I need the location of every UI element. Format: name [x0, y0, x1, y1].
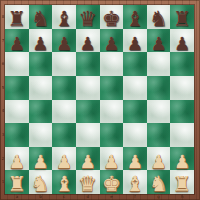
square-a1[interactable]: ♜ [5, 170, 29, 194]
square-g4[interactable] [147, 100, 171, 124]
square-g7[interactable]: ♟ [147, 29, 171, 53]
square-e4[interactable] [100, 100, 124, 124]
square-d6[interactable] [76, 52, 100, 76]
square-b7[interactable]: ♟ [29, 29, 53, 53]
square-a5[interactable] [5, 76, 29, 100]
piece-white-rook[interactable]: ♜ [5, 166, 29, 196]
board-frame: ♜♞♝♛♚♝♞♜♟♟♟♟♟♟♟♟♟♟♟♟♟♟♟♟♜♞♝♛♚♝♞♜ 8765432… [0, 0, 200, 200]
piece-black-pawn[interactable]: ♟ [100, 25, 124, 55]
square-h7[interactable]: ♟ [170, 29, 194, 53]
square-h1[interactable]: ♜ [170, 170, 194, 194]
piece-black-pawn[interactable]: ♟ [170, 25, 194, 55]
rank-label-4: 4 [1, 109, 5, 113]
square-f5[interactable] [123, 76, 147, 100]
square-b1[interactable]: ♞ [29, 170, 53, 194]
square-h6[interactable] [170, 52, 194, 76]
piece-white-bishop[interactable]: ♝ [123, 166, 147, 196]
piece-white-rook[interactable]: ♜ [170, 166, 194, 196]
square-c6[interactable] [52, 52, 76, 76]
square-f6[interactable] [123, 52, 147, 76]
rank-label-5: 5 [1, 86, 5, 90]
square-d7[interactable]: ♟ [76, 29, 100, 53]
square-b6[interactable] [29, 52, 53, 76]
piece-black-pawn[interactable]: ♟ [29, 25, 53, 55]
square-h4[interactable] [170, 100, 194, 124]
piece-black-pawn[interactable]: ♟ [5, 25, 29, 55]
square-f1[interactable]: ♝ [123, 170, 147, 194]
square-e5[interactable] [100, 76, 124, 100]
square-f7[interactable]: ♟ [123, 29, 147, 53]
piece-white-king[interactable]: ♚ [100, 166, 124, 196]
square-b5[interactable] [29, 76, 53, 100]
square-e6[interactable] [100, 52, 124, 76]
piece-black-pawn[interactable]: ♟ [76, 25, 100, 55]
square-b4[interactable] [29, 100, 53, 124]
square-d5[interactable] [76, 76, 100, 100]
chess-board: ♜♞♝♛♚♝♞♜♟♟♟♟♟♟♟♟♟♟♟♟♟♟♟♟♜♞♝♛♚♝♞♜ [5, 5, 194, 194]
square-c7[interactable]: ♟ [52, 29, 76, 53]
piece-white-knight[interactable]: ♞ [147, 166, 171, 196]
piece-white-bishop[interactable]: ♝ [52, 166, 76, 196]
piece-black-pawn[interactable]: ♟ [52, 25, 76, 55]
rank-label-6: 6 [1, 62, 5, 66]
square-e7[interactable]: ♟ [100, 29, 124, 53]
square-c4[interactable] [52, 100, 76, 124]
square-f4[interactable] [123, 100, 147, 124]
square-d1[interactable]: ♛ [76, 170, 100, 194]
square-e1[interactable]: ♚ [100, 170, 124, 194]
square-a4[interactable] [5, 100, 29, 124]
square-d4[interactable] [76, 100, 100, 124]
square-g5[interactable] [147, 76, 171, 100]
square-c1[interactable]: ♝ [52, 170, 76, 194]
piece-black-pawn[interactable]: ♟ [123, 25, 147, 55]
square-a6[interactable] [5, 52, 29, 76]
square-g6[interactable] [147, 52, 171, 76]
square-g1[interactable]: ♞ [147, 170, 171, 194]
rank-label-3: 3 [1, 133, 5, 137]
piece-white-knight[interactable]: ♞ [29, 166, 53, 196]
piece-white-queen[interactable]: ♛ [76, 166, 100, 196]
piece-black-pawn[interactable]: ♟ [147, 25, 171, 55]
square-c5[interactable] [52, 76, 76, 100]
square-a7[interactable]: ♟ [5, 29, 29, 53]
square-h5[interactable] [170, 76, 194, 100]
